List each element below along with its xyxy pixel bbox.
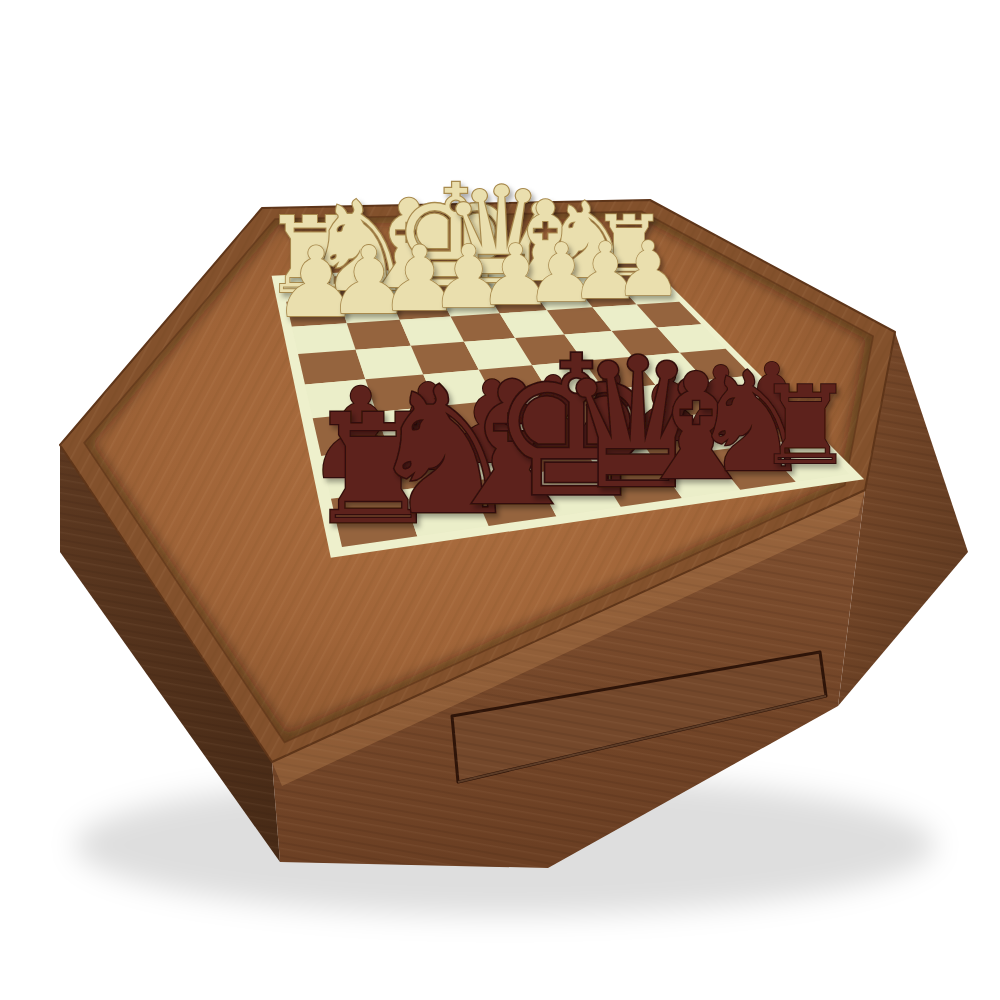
scene-canvas: ♜♞♝♚♛♝♞♜♟♟♟♟♟♟♟♟♟♟♟♟♟♟♟♟♜♞♝♚♛♝♞♜ xyxy=(0,0,1000,1000)
chess-box-photo: ♜♞♝♚♛♝♞♜♟♟♟♟♟♟♟♟♟♟♟♟♟♟♟♟♜♞♝♚♛♝♞♜ xyxy=(0,0,1000,1000)
piece-white-pawn-a2[interactable]: ♟ xyxy=(614,225,682,313)
piece-black-rook-a8[interactable]: ♜ xyxy=(757,363,854,488)
